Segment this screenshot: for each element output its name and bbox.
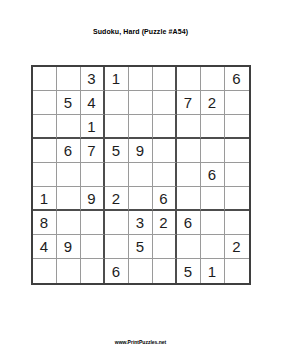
sudoku-cell-r6c3: 9 (81, 187, 105, 211)
sudoku-cell-r3c1 (33, 115, 57, 139)
sudoku-cell-r2c2: 5 (57, 91, 81, 115)
sudoku-cell-r6c6: 6 (153, 187, 177, 211)
sudoku-cell-r7c3 (81, 211, 105, 235)
sudoku-cell-r5c7 (177, 163, 201, 187)
sudoku-cell-r4c1 (33, 139, 57, 163)
sudoku-cell-r1c5 (129, 67, 153, 91)
puzzle-page: Sudoku, Hard (Puzzle #A54) 3165472167596… (0, 0, 281, 363)
sudoku-grid: 3165472167596192683264952651 (31, 65, 251, 285)
sudoku-cell-r7c7: 6 (177, 211, 201, 235)
sudoku-cell-r6c9 (225, 187, 249, 211)
sudoku-cell-r6c4: 2 (105, 187, 129, 211)
sudoku-cell-r5c1 (33, 163, 57, 187)
sudoku-cell-r1c4: 1 (105, 67, 129, 91)
sudoku-cell-r7c9 (225, 211, 249, 235)
sudoku-cell-r2c7: 7 (177, 91, 201, 115)
sudoku-cell-r7c1: 8 (33, 211, 57, 235)
sudoku-cell-r5c5 (129, 163, 153, 187)
sudoku-cell-r3c3: 1 (81, 115, 105, 139)
sudoku-cell-r7c8 (201, 211, 225, 235)
sudoku-cell-r3c5 (129, 115, 153, 139)
sudoku-cell-r3c7 (177, 115, 201, 139)
sudoku-cell-r9c3 (81, 259, 105, 283)
sudoku-cell-r8c6 (153, 235, 177, 259)
sudoku-cell-r9c1 (33, 259, 57, 283)
sudoku-cell-r1c3: 3 (81, 67, 105, 91)
sudoku-cell-r8c2: 9 (57, 235, 81, 259)
sudoku-cell-r1c7 (177, 67, 201, 91)
sudoku-cell-r8c1: 4 (33, 235, 57, 259)
sudoku-cell-r2c8: 2 (201, 91, 225, 115)
sudoku-cell-r2c3: 4 (81, 91, 105, 115)
sudoku-cell-r9c8: 1 (201, 259, 225, 283)
sudoku-cell-r4c4: 5 (105, 139, 129, 163)
sudoku-cell-r1c1 (33, 67, 57, 91)
sudoku-cell-r4c3: 7 (81, 139, 105, 163)
sudoku-cell-r9c6 (153, 259, 177, 283)
sudoku-cell-r3c9 (225, 115, 249, 139)
sudoku-cell-r8c4 (105, 235, 129, 259)
sudoku-cell-r5c2 (57, 163, 81, 187)
sudoku-cell-r1c9: 6 (225, 67, 249, 91)
sudoku-cell-r3c2 (57, 115, 81, 139)
sudoku-cell-r5c3 (81, 163, 105, 187)
sudoku-cell-r4c7 (177, 139, 201, 163)
sudoku-cell-r5c4 (105, 163, 129, 187)
sudoku-cell-r4c5: 9 (129, 139, 153, 163)
sudoku-cell-r5c6 (153, 163, 177, 187)
sudoku-cell-r2c4 (105, 91, 129, 115)
sudoku-cell-r1c6 (153, 67, 177, 91)
sudoku-cell-r7c6: 2 (153, 211, 177, 235)
sudoku-cell-r6c5 (129, 187, 153, 211)
sudoku-cell-r6c2 (57, 187, 81, 211)
sudoku-cell-r1c8 (201, 67, 225, 91)
sudoku-cell-r2c5 (129, 91, 153, 115)
sudoku-cell-r3c4 (105, 115, 129, 139)
sudoku-cell-r7c5: 3 (129, 211, 153, 235)
sudoku-cell-r4c8 (201, 139, 225, 163)
sudoku-cell-r9c9 (225, 259, 249, 283)
sudoku-cell-r2c1 (33, 91, 57, 115)
sudoku-cell-r6c7 (177, 187, 201, 211)
sudoku-cell-r9c2 (57, 259, 81, 283)
sudoku-cell-r9c7: 5 (177, 259, 201, 283)
sudoku-cell-r6c1: 1 (33, 187, 57, 211)
sudoku-cell-r2c6 (153, 91, 177, 115)
sudoku-cell-r3c8 (201, 115, 225, 139)
sudoku-cell-r3c6 (153, 115, 177, 139)
sudoku-cell-r9c5 (129, 259, 153, 283)
sudoku-grid-wrap: 3165472167596192683264952651 (31, 65, 251, 285)
sudoku-cell-r4c9 (225, 139, 249, 163)
sudoku-cell-r7c4 (105, 211, 129, 235)
sudoku-cell-r2c9 (225, 91, 249, 115)
sudoku-cell-r6c8 (201, 187, 225, 211)
sudoku-cell-r5c9 (225, 163, 249, 187)
puzzle-title: Sudoku, Hard (Puzzle #A54) (0, 28, 281, 35)
sudoku-cell-r8c3 (81, 235, 105, 259)
footer-url: www.PrintPuzzles.net (0, 339, 281, 345)
sudoku-cell-r7c2 (57, 211, 81, 235)
sudoku-cell-r8c7 (177, 235, 201, 259)
sudoku-cell-r8c5: 5 (129, 235, 153, 259)
sudoku-cell-r5c8: 6 (201, 163, 225, 187)
sudoku-cell-r4c2: 6 (57, 139, 81, 163)
sudoku-cell-r4c6 (153, 139, 177, 163)
sudoku-cell-r9c4: 6 (105, 259, 129, 283)
sudoku-cell-r8c9: 2 (225, 235, 249, 259)
sudoku-cell-r1c2 (57, 67, 81, 91)
sudoku-cell-r8c8 (201, 235, 225, 259)
